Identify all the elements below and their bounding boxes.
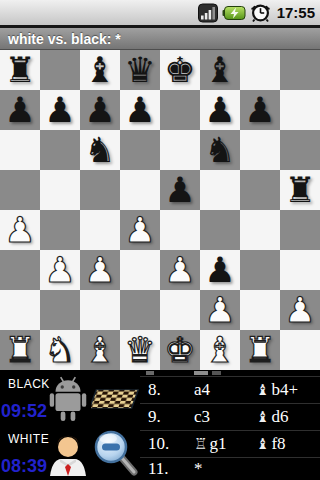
white-knight: ♞ — [44, 330, 75, 370]
square-e6[interactable] — [160, 130, 200, 170]
square-g1[interactable]: ♜ — [240, 330, 280, 370]
square-a3[interactable] — [0, 250, 40, 290]
square-e1[interactable]: ♚ — [160, 330, 200, 370]
square-a7[interactable]: ♟ — [0, 90, 40, 130]
move-number: 11. — [148, 459, 194, 479]
square-d8[interactable]: ♛ — [120, 50, 160, 90]
square-e4[interactable] — [160, 210, 200, 250]
square-d3[interactable] — [120, 250, 160, 290]
black-pawn: ♟ — [204, 90, 235, 130]
status-bar: 17:55 — [0, 0, 320, 25]
black-knight: ♞ — [204, 130, 235, 170]
black-pawn: ♟ — [84, 90, 115, 130]
white-move-text: * — [194, 459, 203, 479]
player-panel: BLACK 09:52 — [0, 370, 140, 480]
square-f3[interactable]: ♟ — [200, 250, 240, 290]
black-move: ♝f8 — [256, 434, 320, 454]
square-e8[interactable]: ♚ — [160, 50, 200, 90]
white-move: ♖g1 — [194, 434, 256, 454]
black-pawn: ♟ — [44, 90, 75, 130]
game-info-panel: BLACK 09:52 — [0, 370, 320, 480]
alarm-clock-icon — [250, 2, 271, 23]
move-number-text: 8. — [148, 380, 161, 400]
white-move: c3 — [194, 407, 256, 427]
move-piece-glyph: ♝ — [256, 381, 269, 399]
square-f7[interactable]: ♟ — [200, 90, 240, 130]
white-king: ♚ — [164, 330, 195, 370]
android-robot-icon — [45, 370, 90, 425]
move-piece-glyph: ♝ — [256, 435, 269, 453]
white-clock: 08:39 — [0, 456, 45, 477]
square-g6[interactable] — [240, 130, 280, 170]
white-move: a4 — [194, 380, 256, 400]
square-a8[interactable]: ♜ — [0, 50, 40, 90]
black-move: ♝b4+ — [256, 380, 320, 400]
square-d2[interactable] — [120, 290, 160, 330]
square-g3[interactable] — [240, 250, 280, 290]
move-number-text: 11. — [148, 459, 169, 479]
black-player-label: BLACK — [0, 377, 45, 391]
previous-move-fragment — [140, 370, 320, 377]
zoom-out-button[interactable] — [90, 425, 140, 480]
black-move: ♝d6 — [256, 407, 320, 427]
square-c1[interactable]: ♝ — [80, 330, 120, 370]
square-d5[interactable] — [120, 170, 160, 210]
window-title: white vs. black: * — [8, 31, 121, 47]
square-g7[interactable]: ♟ — [240, 90, 280, 130]
square-b1[interactable]: ♞ — [40, 330, 80, 370]
square-d1[interactable]: ♛ — [120, 330, 160, 370]
white-pawn: ♟ — [124, 210, 155, 250]
black-clock: 09:52 — [0, 401, 45, 422]
square-h6[interactable] — [280, 130, 320, 170]
square-c4[interactable] — [80, 210, 120, 250]
square-h4[interactable] — [280, 210, 320, 250]
white-move: * — [194, 459, 256, 479]
square-f6[interactable]: ♞ — [200, 130, 240, 170]
white-pawn: ♟ — [204, 290, 235, 330]
human-avatar-icon — [45, 425, 90, 480]
square-h7[interactable] — [280, 90, 320, 130]
move-number: 8. — [148, 380, 194, 400]
square-a2[interactable] — [0, 290, 40, 330]
square-e2[interactable] — [160, 290, 200, 330]
square-b2[interactable] — [40, 290, 80, 330]
square-a1[interactable]: ♜ — [0, 330, 40, 370]
move-number-text: 10. — [148, 434, 169, 454]
square-h2[interactable]: ♟ — [280, 290, 320, 330]
black-queen: ♛ — [124, 50, 155, 90]
white-move-text: g1 — [209, 434, 226, 454]
app-screen: 17:55 white vs. black: * ♜♝♛♚♝♟♟♟♟♟♟♞♞♟♜… — [0, 0, 320, 480]
title-bar: white vs. black: * — [0, 28, 320, 50]
square-a5[interactable] — [0, 170, 40, 210]
square-h8[interactable] — [280, 50, 320, 90]
white-bishop: ♝ — [84, 330, 115, 370]
square-g2[interactable] — [240, 290, 280, 330]
move-row[interactable]: 9.c3♝d6 — [140, 404, 320, 431]
black-move-text: f8 — [271, 434, 285, 454]
square-h1[interactable] — [280, 330, 320, 370]
white-bishop: ♝ — [204, 330, 235, 370]
move-number: 10. — [148, 434, 194, 454]
black-pawn: ♟ — [4, 90, 35, 130]
square-g8[interactable] — [240, 50, 280, 90]
white-pawn: ♟ — [4, 210, 35, 250]
move-number-text: 9. — [148, 407, 161, 427]
move-list[interactable]: 8.a4♝b4+9.c3♝d610.♖g1♝f811.* — [140, 370, 320, 480]
square-c7[interactable]: ♟ — [80, 90, 120, 130]
black-king: ♚ — [164, 50, 195, 90]
square-e7[interactable] — [160, 90, 200, 130]
black-knight: ♞ — [84, 130, 115, 170]
square-f8[interactable]: ♝ — [200, 50, 240, 90]
black-rook: ♜ — [284, 170, 315, 210]
white-pawn: ♟ — [84, 250, 115, 290]
square-g5[interactable] — [240, 170, 280, 210]
black-move-text: b4+ — [271, 380, 298, 400]
move-row[interactable]: 11.* — [140, 458, 320, 480]
square-d4[interactable]: ♟ — [120, 210, 160, 250]
black-rook: ♜ — [4, 50, 35, 90]
square-b8[interactable] — [40, 50, 80, 90]
move-number: 9. — [148, 407, 194, 427]
move-row[interactable]: 10.♖g1♝f8 — [140, 431, 320, 458]
black-player-info: BLACK 09:52 — [0, 370, 45, 425]
move-row[interactable]: 8.a4♝b4+ — [140, 377, 320, 404]
black-pawn: ♟ — [124, 90, 155, 130]
status-time: 17:55 — [277, 4, 317, 21]
square-d6[interactable] — [120, 130, 160, 170]
white-move-text: a4 — [194, 380, 210, 400]
square-c3[interactable]: ♟ — [80, 250, 120, 290]
square-c2[interactable] — [80, 290, 120, 330]
white-pawn: ♟ — [44, 250, 75, 290]
board-thumbnail-button[interactable] — [90, 370, 140, 425]
white-rook: ♜ — [244, 330, 275, 370]
white-rook: ♜ — [4, 330, 35, 370]
signal-strength-icon — [198, 3, 218, 23]
square-f1[interactable]: ♝ — [200, 330, 240, 370]
white-queen: ♛ — [124, 330, 155, 370]
white-player-label: WHITE — [0, 432, 45, 446]
square-f2[interactable]: ♟ — [200, 290, 240, 330]
white-pawn: ♟ — [284, 290, 315, 330]
square-e5[interactable]: ♟ — [160, 170, 200, 210]
black-pawn: ♟ — [164, 170, 195, 210]
black-move-text: d6 — [271, 407, 288, 427]
square-g4[interactable] — [240, 210, 280, 250]
square-c6[interactable]: ♞ — [80, 130, 120, 170]
square-b3[interactable]: ♟ — [40, 250, 80, 290]
square-a6[interactable] — [0, 130, 40, 170]
white-pawn: ♟ — [164, 250, 195, 290]
square-h5[interactable]: ♜ — [280, 170, 320, 210]
square-h3[interactable] — [280, 250, 320, 290]
black-pawn: ♟ — [204, 250, 235, 290]
move-piece-glyph: ♖ — [194, 435, 207, 453]
battery-charging-icon — [222, 5, 246, 21]
square-b5[interactable] — [40, 170, 80, 210]
square-c5[interactable] — [80, 170, 120, 210]
board-thumbnail-icon — [91, 381, 139, 415]
square-b6[interactable] — [40, 130, 80, 170]
white-player-info: WHITE 08:39 — [0, 425, 45, 480]
black-bishop: ♝ — [204, 50, 235, 90]
square-f5[interactable] — [200, 170, 240, 210]
black-pawn: ♟ — [244, 90, 275, 130]
square-b7[interactable]: ♟ — [40, 90, 80, 130]
square-c8[interactable]: ♝ — [80, 50, 120, 90]
black-bishop: ♝ — [84, 50, 115, 90]
square-a4[interactable]: ♟ — [0, 210, 40, 250]
square-f4[interactable] — [200, 210, 240, 250]
move-piece-glyph: ♝ — [256, 408, 269, 426]
zoom-out-icon — [91, 427, 139, 479]
square-d7[interactable]: ♟ — [120, 90, 160, 130]
square-e3[interactable]: ♟ — [160, 250, 200, 290]
square-b4[interactable] — [40, 210, 80, 250]
white-move-text: c3 — [194, 407, 210, 427]
chess-board: ♜♝♛♚♝♟♟♟♟♟♟♞♞♟♜♟♟♟♟♟♟♟♟♜♞♝♛♚♝♜ — [0, 50, 320, 370]
